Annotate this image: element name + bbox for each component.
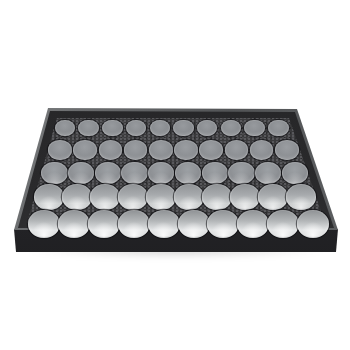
gem-jar [48,140,72,159]
gem-jar [28,210,60,238]
gem-jar [118,184,148,210]
gem-jar [118,210,150,238]
gem-jar [150,120,171,137]
gem-jar [149,140,173,159]
gem-jar [68,162,94,184]
gem-jar [202,162,228,184]
gem-jar [197,120,218,137]
gem-jar [202,184,232,210]
gem-jar [55,120,76,137]
gem-jar [34,184,64,210]
gem-jar [174,184,204,210]
gem-jar [88,210,120,238]
gem-jar [237,210,269,238]
gem-jar [41,162,67,184]
gem-jar [146,184,176,210]
gem-jar [221,120,242,137]
gem-jar [275,140,299,159]
gem-jar [62,184,92,210]
product-photo [0,0,350,350]
gem-jar [199,140,223,159]
gem-jar [255,162,281,184]
gem-jar [95,162,121,184]
gem-jar-grid [0,0,350,350]
gem-jar [121,162,147,184]
gem-jar [225,140,249,159]
gem-jar [230,184,260,210]
gem-jar [126,120,147,137]
gem-jar [148,210,180,238]
gem-jar [244,120,265,137]
gem-jar [58,210,90,238]
gem-jar [282,162,308,184]
gem-jar [175,162,201,184]
gem-jar [102,120,123,137]
gem-jar [78,120,99,137]
gem-jar [174,140,198,159]
gem-jar [73,140,97,159]
gem-jar [148,162,174,184]
gem-jar [268,120,289,137]
gem-jar [90,184,120,210]
gem-jar [228,162,254,184]
gem-jar [173,120,194,137]
gem-jar [207,210,239,238]
gem-jar [178,210,210,238]
gem-jar [99,140,123,159]
gem-jar [286,184,316,210]
gem-jar [250,140,274,159]
gem-jar [258,184,288,210]
gem-jar [124,140,148,159]
gem-jar [297,210,329,238]
gem-jar [267,210,299,238]
